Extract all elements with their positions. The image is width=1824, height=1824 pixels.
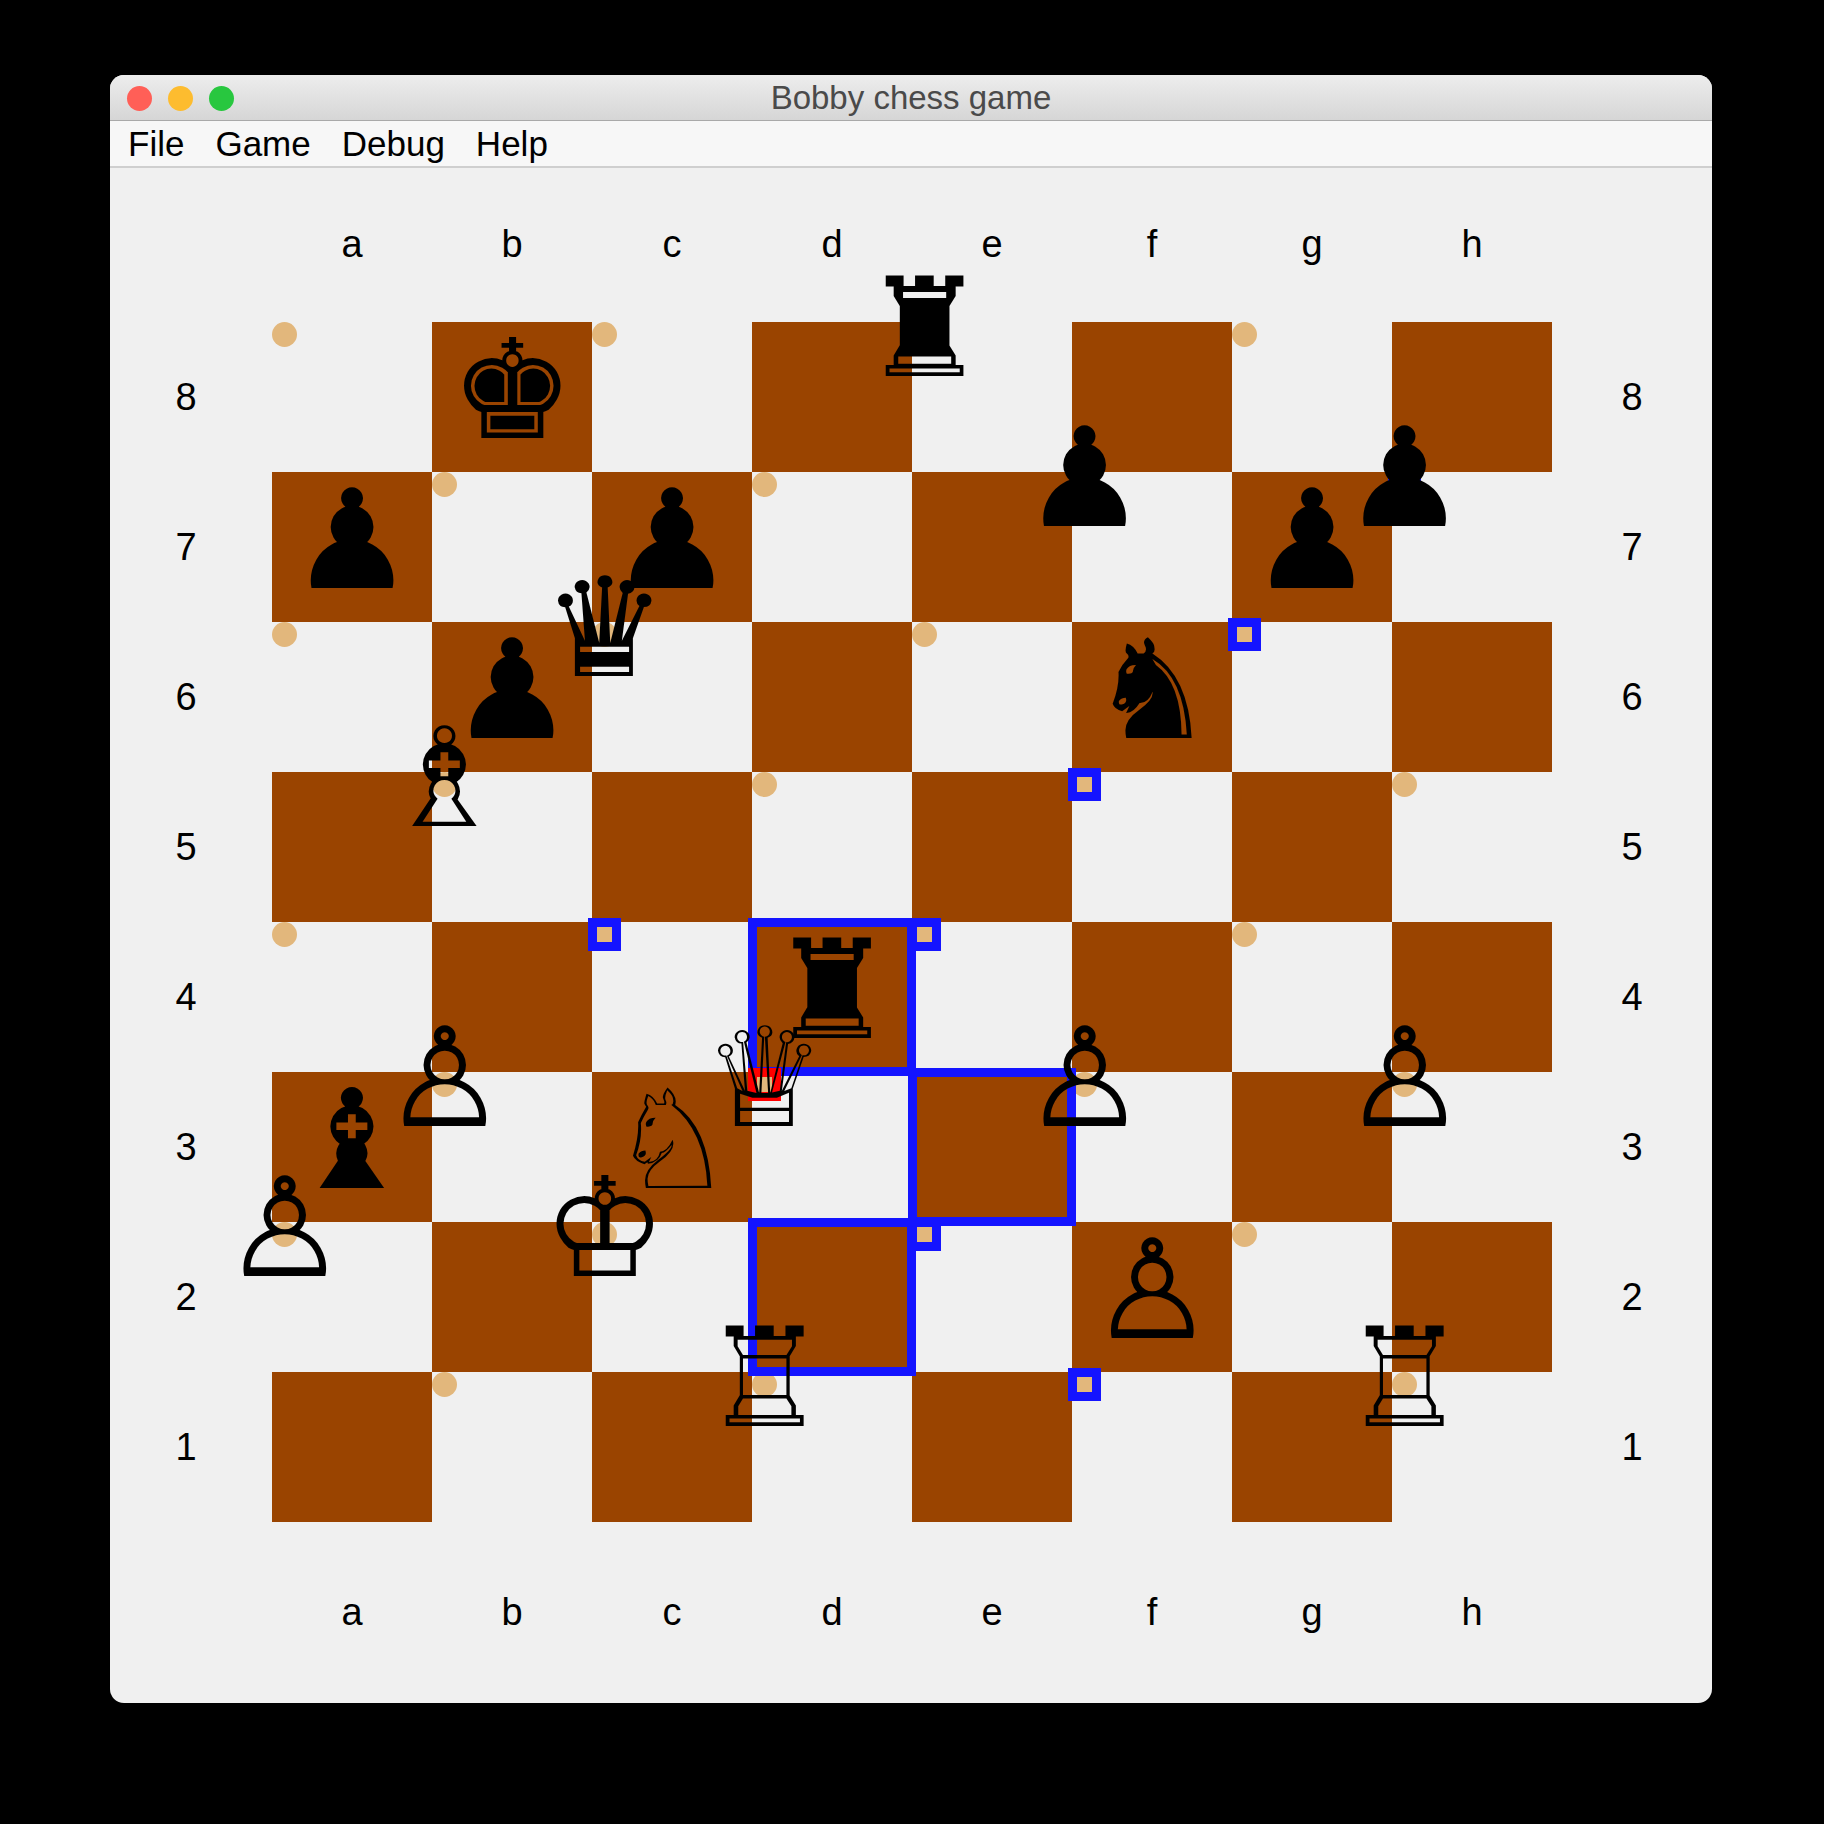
rank-label-right-4: 4 bbox=[1621, 976, 1642, 1019]
square-e5[interactable] bbox=[912, 772, 1072, 922]
file-label-bottom-f: f bbox=[1147, 1591, 1158, 1634]
square-a4[interactable] bbox=[272, 922, 297, 947]
piece-black-pawn: ♟ bbox=[290, 472, 414, 610]
file-label-bottom-a: a bbox=[341, 1591, 362, 1634]
square-b7[interactable] bbox=[432, 472, 457, 497]
piece-white-pawn: ♙ bbox=[1023, 1010, 1147, 1148]
piece-white-king: ♔ bbox=[543, 1160, 667, 1298]
file-label-bottom-e: e bbox=[981, 1591, 1002, 1634]
rank-label-right-3: 3 bbox=[1621, 1126, 1642, 1169]
rank-label-right-5: 5 bbox=[1621, 826, 1642, 869]
piece-black-king: ♚ bbox=[450, 322, 574, 460]
legal-move-highlight bbox=[588, 918, 621, 951]
rank-label-left-2: 2 bbox=[175, 1276, 196, 1319]
square-b1[interactable] bbox=[432, 1372, 457, 1397]
square-a7[interactable]: ♟ bbox=[272, 472, 432, 622]
file-label-top-a: a bbox=[341, 223, 362, 266]
menu-bar: FileGameDebugHelp bbox=[110, 121, 1712, 168]
piece-white-rook: ♖ bbox=[703, 1310, 827, 1448]
rank-label-right-1: 1 bbox=[1621, 1426, 1642, 1469]
square-g4[interactable] bbox=[1232, 922, 1257, 947]
square-b3[interactable]: ♙ bbox=[432, 1072, 457, 1097]
square-f2[interactable]: ♙ bbox=[1072, 1222, 1232, 1372]
square-f6[interactable]: ♞ bbox=[1072, 622, 1232, 772]
file-label-bottom-b: b bbox=[501, 1591, 522, 1634]
piece-white-queen: ♕ bbox=[703, 1010, 827, 1148]
file-label-top-g: g bbox=[1301, 223, 1322, 266]
app-window: Bobby chess game FileGameDebugHelp ♚♜♟♟♟… bbox=[110, 75, 1712, 1703]
file-label-top-f: f bbox=[1147, 223, 1158, 266]
rank-label-left-4: 4 bbox=[175, 976, 196, 1019]
square-g2[interactable] bbox=[1232, 1222, 1257, 1247]
menu-item-help[interactable]: Help bbox=[476, 124, 548, 164]
file-label-top-b: b bbox=[501, 223, 522, 266]
square-c2[interactable]: ♔ bbox=[592, 1222, 617, 1247]
rank-label-right-2: 2 bbox=[1621, 1276, 1642, 1319]
square-d7[interactable] bbox=[752, 472, 777, 497]
square-h6[interactable] bbox=[1392, 622, 1552, 772]
menu-item-game[interactable]: Game bbox=[215, 124, 310, 164]
square-h5[interactable] bbox=[1392, 772, 1417, 797]
square-g8[interactable] bbox=[1232, 322, 1257, 347]
file-label-bottom-c: c bbox=[663, 1591, 682, 1634]
square-f7[interactable]: ♟ bbox=[1072, 472, 1097, 497]
square-e4[interactable] bbox=[912, 922, 937, 947]
legal-move-highlight bbox=[1068, 1368, 1101, 1401]
legal-move-highlight bbox=[908, 1218, 941, 1251]
square-a2[interactable]: ♙ bbox=[272, 1222, 297, 1247]
legal-move-highlight bbox=[908, 918, 941, 951]
minimize-button[interactable] bbox=[168, 86, 193, 111]
square-f5[interactable] bbox=[1072, 772, 1097, 797]
square-d6[interactable] bbox=[752, 622, 912, 772]
piece-white-pawn: ♙ bbox=[1090, 1222, 1214, 1360]
rank-label-left-3: 3 bbox=[175, 1126, 196, 1169]
piece-white-pawn: ♙ bbox=[383, 1010, 507, 1148]
square-b8[interactable]: ♚ bbox=[432, 322, 592, 472]
square-c5[interactable] bbox=[592, 772, 752, 922]
square-e1[interactable] bbox=[912, 1372, 1072, 1522]
square-a6[interactable] bbox=[272, 622, 297, 647]
chess-board: ♚♜♟♟♟♟♟♟♛♞♗♜♝♙♘♕♙♙♙♔♙♖♖ bbox=[272, 322, 1552, 1522]
file-label-bottom-h: h bbox=[1461, 1591, 1482, 1634]
square-e8[interactable]: ♜ bbox=[912, 322, 937, 347]
rank-label-right-6: 6 bbox=[1621, 676, 1642, 719]
square-c8[interactable] bbox=[592, 322, 617, 347]
square-f1[interactable] bbox=[1072, 1372, 1097, 1397]
close-button[interactable] bbox=[127, 86, 152, 111]
square-f3[interactable]: ♙ bbox=[1072, 1072, 1097, 1097]
piece-black-queen: ♛ bbox=[543, 560, 667, 698]
zoom-button[interactable] bbox=[209, 86, 234, 111]
piece-white-rook: ♖ bbox=[1343, 1310, 1467, 1448]
legal-move-highlight bbox=[1068, 768, 1101, 801]
square-e2[interactable] bbox=[912, 1222, 937, 1247]
piece-black-knight: ♞ bbox=[1090, 622, 1214, 760]
file-label-top-d: d bbox=[821, 223, 842, 266]
menu-item-debug[interactable]: Debug bbox=[342, 124, 445, 164]
rank-label-left-7: 7 bbox=[175, 526, 196, 569]
piece-black-rook: ♜ bbox=[863, 260, 987, 398]
menu-item-file[interactable]: File bbox=[128, 124, 184, 164]
file-label-top-h: h bbox=[1461, 223, 1482, 266]
square-h1[interactable]: ♖ bbox=[1392, 1372, 1417, 1397]
title-bar[interactable]: Bobby chess game bbox=[110, 75, 1712, 121]
piece-white-pawn: ♙ bbox=[223, 1160, 347, 1298]
square-d1[interactable]: ♖ bbox=[752, 1372, 777, 1397]
square-e6[interactable] bbox=[912, 622, 937, 647]
file-label-top-c: c bbox=[663, 223, 682, 266]
file-label-bottom-g: g bbox=[1301, 1591, 1322, 1634]
traffic-lights bbox=[127, 86, 234, 111]
square-g6[interactable] bbox=[1232, 622, 1257, 647]
piece-white-bishop: ♗ bbox=[383, 710, 507, 848]
rank-label-left-8: 8 bbox=[175, 376, 196, 419]
rank-label-left-1: 1 bbox=[175, 1426, 196, 1469]
file-label-bottom-d: d bbox=[821, 1591, 842, 1634]
window-title: Bobby chess game bbox=[771, 79, 1052, 117]
square-h3[interactable]: ♙ bbox=[1392, 1072, 1417, 1097]
square-d3[interactable]: ♕ bbox=[752, 1072, 777, 1097]
piece-white-pawn: ♙ bbox=[1343, 1010, 1467, 1148]
square-a8[interactable] bbox=[272, 322, 297, 347]
piece-black-pawn: ♟ bbox=[1343, 410, 1467, 548]
square-h7[interactable]: ♟ bbox=[1392, 472, 1417, 497]
rank-label-right-8: 8 bbox=[1621, 376, 1642, 419]
rank-label-right-7: 7 bbox=[1621, 526, 1642, 569]
square-c6[interactable]: ♛ bbox=[592, 622, 617, 647]
legal-move-highlight bbox=[1228, 618, 1261, 651]
square-g5[interactable] bbox=[1232, 772, 1392, 922]
square-c4[interactable] bbox=[592, 922, 617, 947]
rank-label-left-5: 5 bbox=[175, 826, 196, 869]
piece-black-pawn: ♟ bbox=[1023, 410, 1147, 548]
square-b5[interactable]: ♗ bbox=[432, 772, 457, 797]
square-a1[interactable] bbox=[272, 1372, 432, 1522]
rank-label-left-6: 6 bbox=[175, 676, 196, 719]
square-d5[interactable] bbox=[752, 772, 777, 797]
